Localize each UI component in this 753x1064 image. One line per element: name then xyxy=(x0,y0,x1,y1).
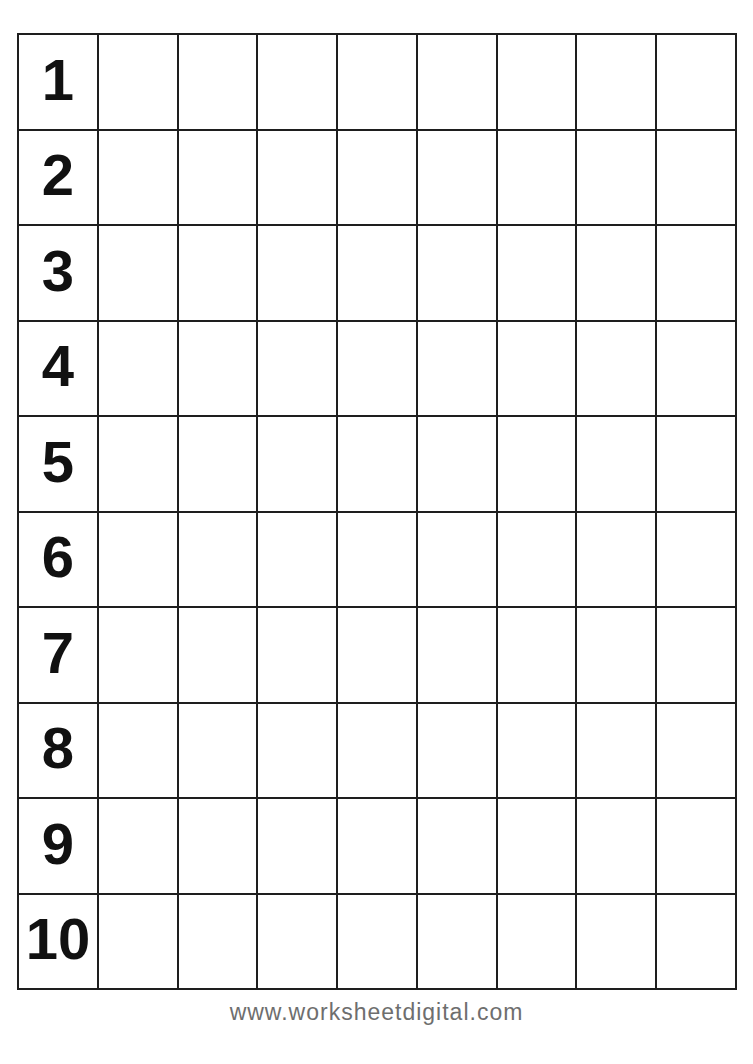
empty-cell xyxy=(338,226,416,320)
empty-cell xyxy=(179,895,257,989)
empty-cell xyxy=(418,608,496,702)
empty-cell xyxy=(258,895,336,989)
empty-cell xyxy=(258,608,336,702)
empty-cell xyxy=(338,322,416,416)
empty-cell xyxy=(179,417,257,511)
empty-cell xyxy=(577,35,655,129)
row-label-cell: 1 xyxy=(19,35,97,129)
empty-cell xyxy=(179,608,257,702)
empty-cell xyxy=(418,799,496,893)
empty-cell xyxy=(418,35,496,129)
empty-cell xyxy=(657,417,735,511)
worksheet-page: 12345678910 www.worksheetdigital.com xyxy=(0,0,753,1064)
empty-cell xyxy=(657,513,735,607)
empty-cell xyxy=(657,35,735,129)
empty-cell xyxy=(179,704,257,798)
empty-cell xyxy=(498,895,576,989)
row-label-cell: 10 xyxy=(19,895,97,989)
empty-cell xyxy=(99,417,177,511)
empty-cell xyxy=(258,513,336,607)
empty-cell xyxy=(418,513,496,607)
empty-cell xyxy=(99,513,177,607)
empty-cell xyxy=(498,513,576,607)
empty-cell xyxy=(418,704,496,798)
empty-cell xyxy=(577,799,655,893)
empty-cell xyxy=(179,226,257,320)
empty-cell xyxy=(577,513,655,607)
empty-cell xyxy=(577,226,655,320)
empty-cell xyxy=(657,322,735,416)
empty-cell xyxy=(657,799,735,893)
empty-cell xyxy=(498,226,576,320)
empty-cell xyxy=(179,35,257,129)
row-label-cell: 3 xyxy=(19,226,97,320)
empty-cell xyxy=(258,226,336,320)
empty-cell xyxy=(498,322,576,416)
empty-cell xyxy=(258,417,336,511)
empty-cell xyxy=(577,704,655,798)
empty-cell xyxy=(418,322,496,416)
empty-cell xyxy=(498,608,576,702)
empty-cell xyxy=(179,799,257,893)
empty-cell xyxy=(498,417,576,511)
empty-cell xyxy=(498,799,576,893)
empty-cell xyxy=(99,226,177,320)
empty-cell xyxy=(258,131,336,225)
empty-cell xyxy=(258,322,336,416)
empty-cell xyxy=(577,417,655,511)
empty-cell xyxy=(418,226,496,320)
empty-cell xyxy=(657,226,735,320)
empty-cell xyxy=(99,322,177,416)
empty-cell xyxy=(338,131,416,225)
empty-cell xyxy=(577,131,655,225)
empty-cell xyxy=(258,799,336,893)
empty-cell xyxy=(418,131,496,225)
empty-cell xyxy=(99,704,177,798)
row-label-cell: 6 xyxy=(19,513,97,607)
empty-cell xyxy=(179,322,257,416)
empty-cell xyxy=(99,35,177,129)
row-label-cell: 4 xyxy=(19,322,97,416)
empty-cell xyxy=(577,895,655,989)
empty-cell xyxy=(577,608,655,702)
empty-cell xyxy=(338,704,416,798)
empty-cell xyxy=(498,35,576,129)
empty-cell xyxy=(338,513,416,607)
empty-cell xyxy=(657,704,735,798)
empty-cell xyxy=(418,417,496,511)
empty-cell xyxy=(258,35,336,129)
empty-cell xyxy=(99,799,177,893)
empty-cell xyxy=(338,799,416,893)
empty-cell xyxy=(338,895,416,989)
empty-cell xyxy=(99,895,177,989)
row-label-cell: 5 xyxy=(19,417,97,511)
empty-cell xyxy=(338,417,416,511)
empty-cell xyxy=(657,131,735,225)
row-label-cell: 9 xyxy=(19,799,97,893)
row-label-cell: 2 xyxy=(19,131,97,225)
empty-cell xyxy=(498,131,576,225)
empty-cell xyxy=(498,704,576,798)
number-grid: 12345678910 xyxy=(17,33,737,990)
row-label-cell: 7 xyxy=(19,608,97,702)
empty-cell xyxy=(258,704,336,798)
empty-cell xyxy=(179,131,257,225)
empty-cell xyxy=(577,322,655,416)
row-label-cell: 8 xyxy=(19,704,97,798)
empty-cell xyxy=(99,131,177,225)
empty-cell xyxy=(179,513,257,607)
empty-cell xyxy=(99,608,177,702)
empty-cell xyxy=(338,35,416,129)
empty-cell xyxy=(657,895,735,989)
empty-cell xyxy=(418,895,496,989)
website-url: www.worksheetdigital.com xyxy=(0,999,753,1026)
empty-cell xyxy=(657,608,735,702)
empty-cell xyxy=(338,608,416,702)
